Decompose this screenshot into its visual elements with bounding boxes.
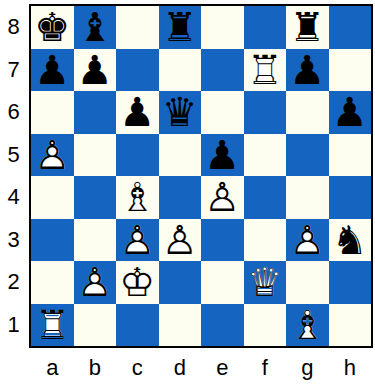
piece-black-knight[interactable]: ♞: [329, 219, 372, 262]
square-d8[interactable]: ♜: [159, 6, 202, 49]
white-piece-outline: ♙: [116, 219, 159, 262]
square-f3[interactable]: [244, 219, 287, 262]
white-piece-fill: ♝: [116, 176, 159, 219]
white-piece-fill: ♛: [244, 261, 287, 304]
black-piece-glyph: ♟: [286, 49, 329, 92]
white-piece-fill: ♚: [116, 261, 159, 304]
square-g5[interactable]: [286, 134, 329, 177]
piece-white-pawn[interactable]: ♟♙: [116, 219, 159, 262]
rank-label-5: 5: [0, 134, 27, 177]
black-piece-glyph: ♟: [116, 91, 159, 134]
file-labels: abcdefgh: [31, 351, 371, 385]
square-d4[interactable]: [159, 176, 202, 219]
piece-white-pawn[interactable]: ♟♙: [31, 134, 74, 177]
black-piece-glyph: ♞: [329, 219, 372, 262]
square-b8[interactable]: ♝: [74, 6, 117, 49]
rank-label-2: 2: [0, 261, 27, 304]
square-d6[interactable]: ♛: [159, 91, 202, 134]
white-piece-fill: ♟: [74, 261, 117, 304]
square-a4[interactable]: [31, 176, 74, 219]
piece-black-rook[interactable]: ♜: [286, 6, 329, 49]
square-h1[interactable]: [329, 304, 372, 347]
square-e3[interactable]: [201, 219, 244, 262]
square-g4[interactable]: [286, 176, 329, 219]
white-piece-outline: ♔: [116, 261, 159, 304]
square-f1[interactable]: [244, 304, 287, 347]
square-e4[interactable]: ♟♙: [201, 176, 244, 219]
square-c5[interactable]: [116, 134, 159, 177]
square-f7[interactable]: ♜♖: [244, 49, 287, 92]
white-piece-fill: ♟: [116, 219, 159, 262]
file-label-h: h: [329, 351, 372, 385]
square-d3[interactable]: ♟♙: [159, 219, 202, 262]
square-b5[interactable]: [74, 134, 117, 177]
square-b4[interactable]: [74, 176, 117, 219]
file-label-c: c: [116, 351, 159, 385]
square-g2[interactable]: [286, 261, 329, 304]
file-label-a: a: [31, 351, 74, 385]
piece-white-queen[interactable]: ♛♕: [244, 261, 287, 304]
white-piece-outline: ♙: [74, 261, 117, 304]
rank-label-4: 4: [0, 176, 27, 219]
square-e6[interactable]: [201, 91, 244, 134]
square-c7[interactable]: [116, 49, 159, 92]
rank-label-1: 1: [0, 304, 27, 347]
square-b7[interactable]: ♟: [74, 49, 117, 92]
square-b2[interactable]: ♟♙: [74, 261, 117, 304]
square-g8[interactable]: ♜: [286, 6, 329, 49]
piece-black-pawn[interactable]: ♟: [329, 91, 372, 134]
chess-diagram: 87654321 ♚♝♜♜♟♟♜♖♟♟♛♟♟♙♟♝♗♟♙♟♙♟♙♟♙♞♟♙♚♔♛…: [0, 0, 375, 388]
square-h7[interactable]: [329, 49, 372, 92]
file-label-d: d: [159, 351, 202, 385]
square-h3[interactable]: ♞: [329, 219, 372, 262]
square-f2[interactable]: ♛♕: [244, 261, 287, 304]
square-f6[interactable]: [244, 91, 287, 134]
square-c4[interactable]: ♝♗: [116, 176, 159, 219]
square-a2[interactable]: [31, 261, 74, 304]
piece-black-pawn[interactable]: ♟: [201, 134, 244, 177]
piece-black-pawn[interactable]: ♟: [116, 91, 159, 134]
piece-white-rook[interactable]: ♜♖: [244, 49, 287, 92]
square-f5[interactable]: [244, 134, 287, 177]
square-d7[interactable]: [159, 49, 202, 92]
file-label-g: g: [286, 351, 329, 385]
white-piece-outline: ♙: [286, 219, 329, 262]
square-c6[interactable]: ♟: [116, 91, 159, 134]
square-a5[interactable]: ♟♙: [31, 134, 74, 177]
rank-label-8: 8: [0, 6, 27, 49]
square-e8[interactable]: [201, 6, 244, 49]
square-b3[interactable]: [74, 219, 117, 262]
square-f4[interactable]: [244, 176, 287, 219]
square-b6[interactable]: [74, 91, 117, 134]
square-d1[interactable]: [159, 304, 202, 347]
chess-board: ♚♝♜♜♟♟♜♖♟♟♛♟♟♙♟♝♗♟♙♟♙♟♙♟♙♞♟♙♚♔♛♕♜♖♝♗: [29, 4, 373, 348]
square-c1[interactable]: [116, 304, 159, 347]
square-c2[interactable]: ♚♔: [116, 261, 159, 304]
piece-black-pawn[interactable]: ♟: [31, 49, 74, 92]
square-e7[interactable]: [201, 49, 244, 92]
white-piece-fill: ♟: [31, 134, 74, 177]
piece-white-pawn[interactable]: ♟♙: [286, 219, 329, 262]
white-piece-fill: ♝: [286, 304, 329, 347]
square-c8[interactable]: [116, 6, 159, 49]
white-piece-outline: ♗: [116, 176, 159, 219]
square-h6[interactable]: ♟: [329, 91, 372, 134]
square-a3[interactable]: [31, 219, 74, 262]
piece-black-queen[interactable]: ♛: [159, 91, 202, 134]
piece-black-bishop[interactable]: ♝: [74, 6, 117, 49]
rank-label-6: 6: [0, 91, 27, 134]
square-g3[interactable]: ♟♙: [286, 219, 329, 262]
black-piece-glyph: ♟: [74, 49, 117, 92]
white-piece-outline: ♕: [244, 261, 287, 304]
piece-white-pawn[interactable]: ♟♙: [74, 261, 117, 304]
square-c3[interactable]: ♟♙: [116, 219, 159, 262]
square-a6[interactable]: [31, 91, 74, 134]
piece-white-bishop[interactable]: ♝♗: [116, 176, 159, 219]
white-piece-fill: ♟: [286, 219, 329, 262]
square-a7[interactable]: ♟: [31, 49, 74, 92]
square-d2[interactable]: [159, 261, 202, 304]
square-g7[interactable]: ♟: [286, 49, 329, 92]
square-d5[interactable]: [159, 134, 202, 177]
square-f8[interactable]: [244, 6, 287, 49]
square-h5[interactable]: [329, 134, 372, 177]
piece-black-king[interactable]: ♚: [31, 6, 74, 49]
square-b1[interactable]: [74, 304, 117, 347]
square-g6[interactable]: [286, 91, 329, 134]
file-label-b: b: [74, 351, 117, 385]
piece-black-rook[interactable]: ♜: [159, 6, 202, 49]
square-h2[interactable]: [329, 261, 372, 304]
rank-labels: 87654321: [0, 6, 27, 346]
file-label-e: e: [201, 351, 244, 385]
black-piece-glyph: ♟: [329, 91, 372, 134]
piece-white-rook[interactable]: ♜♖: [31, 304, 74, 347]
black-piece-glyph: ♜: [159, 6, 202, 49]
black-piece-glyph: ♜: [286, 6, 329, 49]
square-h8[interactable]: [329, 6, 372, 49]
white-piece-fill: ♜: [244, 49, 287, 92]
white-piece-fill: ♟: [159, 219, 202, 262]
square-e2[interactable]: [201, 261, 244, 304]
white-piece-outline: ♖: [244, 49, 287, 92]
piece-white-pawn[interactable]: ♟♙: [201, 176, 244, 219]
white-piece-outline: ♗: [286, 304, 329, 347]
square-e5[interactable]: ♟: [201, 134, 244, 177]
black-piece-glyph: ♛: [159, 91, 202, 134]
black-piece-glyph: ♟: [201, 134, 244, 177]
white-piece-fill: ♟: [201, 176, 244, 219]
white-piece-outline: ♙: [159, 219, 202, 262]
white-piece-outline: ♙: [201, 176, 244, 219]
white-piece-outline: ♙: [31, 134, 74, 177]
piece-white-pawn[interactable]: ♟♙: [159, 219, 202, 262]
white-piece-fill: ♜: [31, 304, 74, 347]
piece-white-bishop[interactable]: ♝♗: [286, 304, 329, 347]
square-g1[interactable]: ♝♗: [286, 304, 329, 347]
rank-label-7: 7: [0, 49, 27, 92]
piece-black-pawn[interactable]: ♟: [74, 49, 117, 92]
black-piece-glyph: ♝: [74, 6, 117, 49]
square-a8[interactable]: ♚: [31, 6, 74, 49]
file-label-f: f: [244, 351, 287, 385]
rank-label-3: 3: [0, 219, 27, 262]
square-a1[interactable]: ♜♖: [31, 304, 74, 347]
piece-black-pawn[interactable]: ♟: [286, 49, 329, 92]
black-piece-glyph: ♟: [31, 49, 74, 92]
square-e1[interactable]: [201, 304, 244, 347]
piece-white-king[interactable]: ♚♔: [116, 261, 159, 304]
white-piece-outline: ♖: [31, 304, 74, 347]
black-piece-glyph: ♚: [31, 6, 74, 49]
square-h4[interactable]: [329, 176, 372, 219]
